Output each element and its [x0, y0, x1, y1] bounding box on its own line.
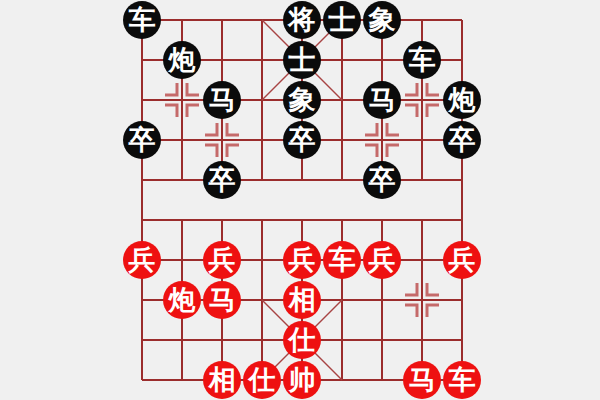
piece-black-elephant[interactable]: 象	[363, 1, 401, 39]
piece-black-chariot[interactable]: 车	[123, 1, 161, 39]
piece-black-soldier[interactable]: 卒	[123, 121, 161, 159]
piece-black-general[interactable]: 将	[283, 1, 321, 39]
piece-red-chariot[interactable]: 车	[323, 241, 361, 279]
piece-black-horse[interactable]: 马	[203, 81, 241, 119]
piece-red-advisor[interactable]: 仕	[243, 361, 281, 399]
piece-black-advisor[interactable]: 士	[323, 1, 361, 39]
piece-red-soldier[interactable]: 兵	[443, 241, 481, 279]
piece-red-elephant[interactable]: 相	[203, 361, 241, 399]
piece-black-cannon[interactable]: 炮	[163, 41, 201, 79]
piece-black-elephant[interactable]: 象	[283, 81, 321, 119]
piece-red-soldier[interactable]: 兵	[363, 241, 401, 279]
piece-black-soldier[interactable]: 卒	[443, 121, 481, 159]
piece-red-soldier[interactable]: 兵	[123, 241, 161, 279]
piece-black-advisor[interactable]: 士	[283, 41, 321, 79]
piece-black-soldier[interactable]: 卒	[283, 121, 321, 159]
piece-red-horse[interactable]: 马	[203, 281, 241, 319]
piece-black-cannon[interactable]: 炮	[443, 81, 481, 119]
piece-black-horse[interactable]: 马	[363, 81, 401, 119]
piece-red-advisor[interactable]: 仕	[283, 321, 321, 359]
piece-red-elephant[interactable]: 相	[283, 281, 321, 319]
xiangqi-board[interactable]: 车将士象炮士车马象马炮卒卒卒卒卒兵兵兵车兵兵炮马相仕相仕帅马车	[0, 0, 600, 400]
piece-red-horse[interactable]: 马	[403, 361, 441, 399]
piece-red-soldier[interactable]: 兵	[283, 241, 321, 279]
piece-red-cannon[interactable]: 炮	[163, 281, 201, 319]
piece-red-general[interactable]: 帅	[283, 361, 321, 399]
piece-red-soldier[interactable]: 兵	[203, 241, 241, 279]
piece-black-soldier[interactable]: 卒	[203, 161, 241, 199]
piece-black-chariot[interactable]: 车	[403, 41, 441, 79]
piece-red-chariot[interactable]: 车	[443, 361, 481, 399]
piece-black-soldier[interactable]: 卒	[363, 161, 401, 199]
